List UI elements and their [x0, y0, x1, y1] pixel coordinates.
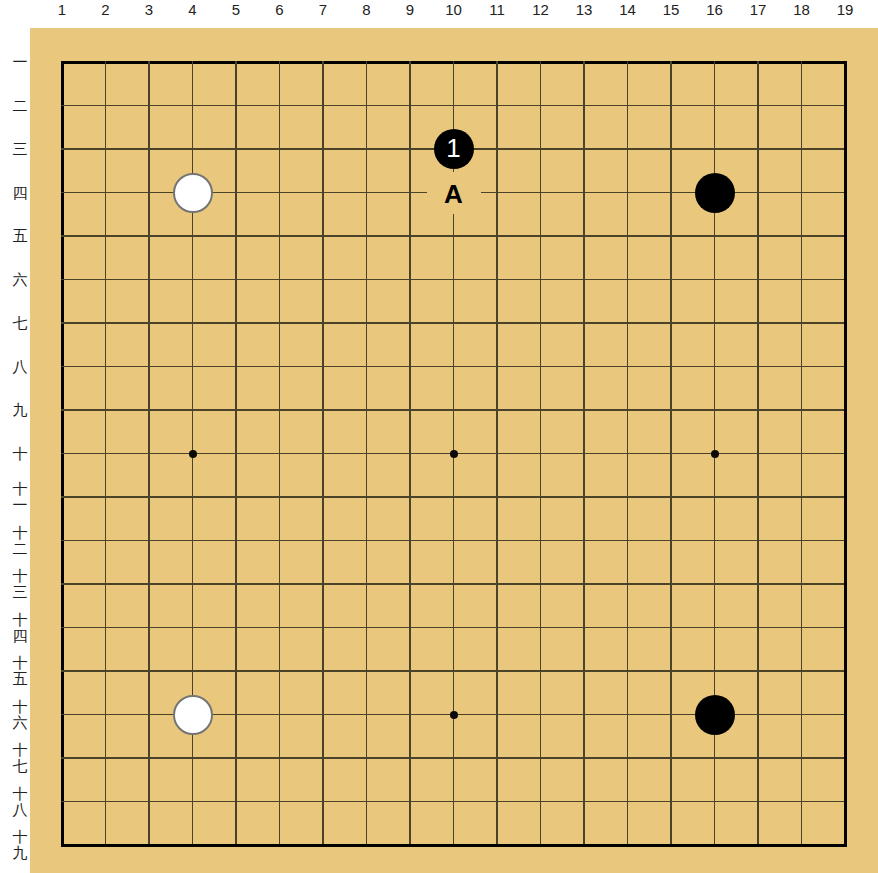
black-stone: [695, 695, 735, 735]
row-label-char: 二: [6, 541, 34, 557]
column-label-10: 10: [436, 1, 472, 18]
row-label-9: 九: [6, 402, 34, 418]
white-stone: [173, 173, 213, 213]
grid-line-horizontal: [61, 496, 847, 498]
star-point: [189, 450, 197, 458]
row-label-char: 六: [6, 715, 34, 731]
row-label-6: 六: [6, 272, 34, 288]
star-point: [450, 450, 458, 458]
row-label-8: 八: [6, 359, 34, 375]
grid-line-horizontal: [61, 583, 847, 585]
column-label-4: 4: [175, 1, 211, 18]
column-label-1: 1: [44, 1, 80, 18]
grid-line-vertical: [801, 61, 803, 847]
row-label-17: 十七: [6, 742, 34, 774]
row-label-char: 十: [6, 786, 34, 802]
row-label-char: 十: [6, 829, 34, 845]
row-label-char: 十: [6, 612, 34, 628]
column-label-11: 11: [479, 1, 515, 18]
white-stone: [173, 695, 213, 735]
grid-line-vertical: [757, 61, 759, 847]
row-label-15: 十五: [6, 655, 34, 687]
row-label-char: 十: [6, 699, 34, 715]
star-point: [450, 711, 458, 719]
column-label-17: 17: [740, 1, 776, 18]
row-label-char: 十: [6, 655, 34, 671]
grid-line-vertical: [496, 61, 498, 847]
column-label-12: 12: [523, 1, 559, 18]
column-label-13: 13: [566, 1, 602, 18]
row-label-char: 十: [6, 568, 34, 584]
row-label-char: 六: [6, 272, 34, 288]
row-label-1: 一: [6, 54, 34, 70]
column-label-19: 19: [827, 1, 863, 18]
row-label-14: 十四: [6, 612, 34, 644]
column-label-15: 15: [653, 1, 689, 18]
grid-line-vertical: [844, 61, 847, 847]
row-label-10: 十: [6, 446, 34, 462]
go-diagram: A112345678910111213141516171819一二三四五六七八九…: [0, 0, 878, 873]
column-label-2: 2: [88, 1, 124, 18]
row-label-19: 十九: [6, 829, 34, 861]
row-label-char: 十: [6, 742, 34, 758]
row-label-char: 四: [6, 628, 34, 644]
column-label-7: 7: [305, 1, 341, 18]
black-stone: 1: [434, 129, 474, 169]
grid-line-horizontal: [61, 757, 847, 759]
row-label-16: 十六: [6, 699, 34, 731]
black-stone: [695, 173, 735, 213]
point-label-A: A: [444, 181, 463, 207]
star-point: [711, 450, 719, 458]
column-label-16: 16: [697, 1, 733, 18]
column-label-8: 8: [349, 1, 385, 18]
grid-line-horizontal: [61, 844, 847, 847]
grid-line-vertical: [670, 61, 672, 847]
grid-line-horizontal: [61, 670, 847, 672]
column-label-6: 6: [262, 1, 298, 18]
row-label-char: 七: [6, 315, 34, 331]
row-label-char: 一: [6, 54, 34, 70]
column-label-14: 14: [610, 1, 646, 18]
column-label-5: 5: [218, 1, 254, 18]
row-label-2: 二: [6, 98, 34, 114]
row-label-char: 四: [6, 185, 34, 201]
row-label-char: 二: [6, 98, 34, 114]
row-label-12: 十二: [6, 525, 34, 557]
move-number: 1: [446, 135, 460, 161]
grid-line-vertical: [540, 61, 542, 847]
row-label-3: 三: [6, 141, 34, 157]
row-label-11: 十一: [6, 481, 34, 513]
row-label-7: 七: [6, 315, 34, 331]
row-label-char: 三: [6, 141, 34, 157]
grid-line-horizontal: [61, 627, 847, 629]
row-label-5: 五: [6, 228, 34, 244]
grid-line-horizontal: [61, 540, 847, 542]
grid-line-horizontal: [61, 801, 847, 803]
row-label-13: 十三: [6, 568, 34, 600]
row-label-char: 九: [6, 402, 34, 418]
column-label-3: 3: [131, 1, 167, 18]
row-label-char: 三: [6, 584, 34, 600]
row-label-char: 一: [6, 497, 34, 513]
row-label-char: 八: [6, 359, 34, 375]
row-label-char: 十: [6, 481, 34, 497]
grid-line-vertical: [583, 61, 585, 847]
row-label-char: 十: [6, 525, 34, 541]
row-label-char: 七: [6, 758, 34, 774]
column-label-18: 18: [784, 1, 820, 18]
row-label-char: 八: [6, 802, 34, 818]
row-label-4: 四: [6, 185, 34, 201]
column-label-9: 9: [392, 1, 428, 18]
row-label-char: 十: [6, 446, 34, 462]
row-label-char: 九: [6, 845, 34, 861]
grid-line-vertical: [627, 61, 629, 847]
row-label-char: 五: [6, 228, 34, 244]
row-label-char: 五: [6, 671, 34, 687]
row-label-18: 十八: [6, 786, 34, 818]
